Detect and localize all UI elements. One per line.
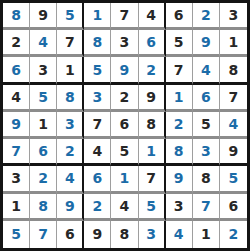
sudoku-cell-r4c2[interactable]: 5 — [30, 85, 57, 112]
cell-digit: 3 — [146, 227, 156, 241]
cell-digit: 4 — [11, 90, 21, 104]
cell-digit: 7 — [146, 171, 156, 185]
sudoku-cell-r3c9[interactable]: 8 — [220, 57, 247, 84]
sudoku-cell-r7c3[interactable]: 4 — [57, 166, 84, 193]
sudoku-cell-r4c1[interactable]: 4 — [3, 85, 30, 112]
cell-digit: 8 — [38, 199, 48, 213]
sudoku-cell-r5c8[interactable]: 5 — [193, 112, 220, 139]
sudoku-cell-r5c3[interactable]: 3 — [57, 112, 84, 139]
cell-digit: 5 — [120, 144, 130, 158]
cell-digit: 7 — [120, 8, 130, 22]
sudoku-cell-r3c6[interactable]: 2 — [139, 57, 166, 84]
sudoku-cell-r4c6[interactable]: 9 — [139, 85, 166, 112]
sudoku-cell-r4c5[interactable]: 2 — [111, 85, 138, 112]
cell-digit: 6 — [229, 199, 239, 213]
sudoku-cell-r9c4[interactable]: 9 — [84, 221, 111, 248]
sudoku-cell-r4c7[interactable]: 1 — [166, 85, 193, 112]
cell-digit: 3 — [65, 117, 75, 131]
sudoku-cell-r2c6[interactable]: 6 — [139, 30, 166, 57]
sudoku-cell-r8c5[interactable]: 4 — [111, 194, 138, 221]
cell-digit: 5 — [174, 35, 184, 49]
sudoku-cell-r4c4[interactable]: 3 — [84, 85, 111, 112]
cell-digit: 7 — [93, 117, 103, 131]
sudoku-cell-r8c7[interactable]: 3 — [166, 194, 193, 221]
sudoku-cell-r5c2[interactable]: 1 — [30, 112, 57, 139]
sudoku-cell-r8c9[interactable]: 6 — [220, 194, 247, 221]
cell-digit: 6 — [11, 63, 21, 77]
cell-digit: 3 — [11, 171, 21, 185]
sudoku-cell-r9c3[interactable]: 6 — [57, 221, 84, 248]
cell-digit: 4 — [38, 35, 48, 49]
sudoku-cell-r9c7[interactable]: 4 — [166, 221, 193, 248]
cell-digit: 5 — [146, 199, 156, 213]
cell-digit: 1 — [65, 63, 75, 77]
cell-digit: 2 — [65, 144, 75, 158]
cell-digit: 4 — [229, 117, 239, 131]
sudoku-cell-r9c2[interactable]: 7 — [30, 221, 57, 248]
sudoku-cell-r8c8[interactable]: 7 — [193, 194, 220, 221]
sudoku-cell-r6c1[interactable]: 7 — [3, 139, 30, 166]
sudoku-cell-r3c1[interactable]: 6 — [3, 57, 30, 84]
sudoku-cell-r5c5[interactable]: 6 — [111, 112, 138, 139]
cell-digit: 1 — [146, 144, 156, 158]
sudoku-cell-r2c7[interactable]: 5 — [166, 30, 193, 57]
sudoku-cell-r7c7[interactable]: 9 — [166, 166, 193, 193]
cell-digit: 4 — [120, 199, 130, 213]
sudoku-cell-r5c7[interactable]: 2 — [166, 112, 193, 139]
cell-digit: 6 — [174, 8, 184, 22]
sudoku-cell-r5c1[interactable]: 9 — [3, 112, 30, 139]
cell-digit: 2 — [201, 8, 211, 22]
cell-digit: 8 — [229, 63, 239, 77]
cell-digit: 6 — [93, 171, 103, 185]
cell-digit: 9 — [93, 227, 103, 241]
cell-digit: 1 — [93, 8, 103, 22]
cell-digit: 9 — [65, 199, 75, 213]
cell-digit: 7 — [201, 199, 211, 213]
cell-digit: 7 — [11, 144, 21, 158]
cell-digit: 4 — [174, 227, 184, 241]
sudoku-cell-r8c4[interactable]: 2 — [84, 194, 111, 221]
cell-digit: 1 — [11, 199, 21, 213]
cell-digit: 2 — [146, 63, 156, 77]
cell-digit: 6 — [65, 227, 75, 241]
sudoku-cell-r5c9[interactable]: 4 — [220, 112, 247, 139]
cell-digit: 5 — [229, 171, 239, 185]
cell-digit: 7 — [65, 35, 75, 49]
sudoku-cell-r1c3[interactable]: 5 — [57, 3, 84, 30]
sudoku-cell-r6c8[interactable]: 3 — [193, 139, 220, 166]
sudoku-cell-r7c1[interactable]: 3 — [3, 166, 30, 193]
cell-digit: 8 — [11, 8, 21, 22]
cell-digit: 3 — [229, 8, 239, 22]
sudoku-cell-r4c3[interactable]: 8 — [57, 85, 84, 112]
cell-digit: 9 — [201, 35, 211, 49]
cell-digit: 3 — [93, 90, 103, 104]
cell-digit: 8 — [146, 117, 156, 131]
sudoku-cell-r1c8[interactable]: 2 — [193, 3, 220, 30]
sudoku-cell-r3c2[interactable]: 3 — [30, 57, 57, 84]
sudoku-cell-r3c4[interactable]: 5 — [84, 57, 111, 84]
sudoku-cell-r7c2[interactable]: 2 — [30, 166, 57, 193]
cell-digit: 8 — [174, 144, 184, 158]
sudoku-cell-r8c1[interactable]: 1 — [3, 194, 30, 221]
cell-digit: 2 — [120, 90, 130, 104]
cell-digit: 4 — [93, 144, 103, 158]
sudoku-cell-r7c4[interactable]: 6 — [84, 166, 111, 193]
sudoku-cell-r7c8[interactable]: 8 — [193, 166, 220, 193]
cell-digit: 5 — [201, 117, 211, 131]
cell-digit: 8 — [201, 171, 211, 185]
sudoku-cell-r5c4[interactable]: 7 — [84, 112, 111, 139]
sudoku-cell-r3c8[interactable]: 4 — [193, 57, 220, 84]
cell-digit: 4 — [65, 171, 75, 185]
cell-digit: 9 — [11, 117, 21, 131]
sudoku-cell-r9c5[interactable]: 8 — [111, 221, 138, 248]
sudoku-cell-r2c2[interactable]: 4 — [30, 30, 57, 57]
sudoku-cell-r2c3[interactable]: 7 — [57, 30, 84, 57]
cell-digit: 9 — [146, 90, 156, 104]
sudoku-cell-r6c9[interactable]: 9 — [220, 139, 247, 166]
cell-digit: 8 — [120, 227, 130, 241]
cell-digit: 2 — [229, 227, 239, 241]
sudoku-cell-r9c9[interactable]: 2 — [220, 221, 247, 248]
sudoku-cell-r8c3[interactable]: 9 — [57, 194, 84, 221]
cell-digit: 5 — [11, 227, 21, 241]
cell-digit: 2 — [93, 199, 103, 213]
sudoku-cell-r3c5[interactable]: 9 — [111, 57, 138, 84]
cell-digit: 3 — [38, 63, 48, 77]
sudoku-cell-r7c5[interactable]: 1 — [111, 166, 138, 193]
sudoku-cell-r1c7[interactable]: 6 — [166, 3, 193, 30]
sudoku-cell-r2c8[interactable]: 9 — [193, 30, 220, 57]
cell-digit: 9 — [229, 144, 239, 158]
cell-digit: 3 — [120, 35, 130, 49]
sudoku-cell-r6c6[interactable]: 1 — [139, 139, 166, 166]
sudoku-cell-r4c8[interactable]: 6 — [193, 85, 220, 112]
sudoku-cell-r1c1[interactable]: 8 — [3, 3, 30, 30]
cell-digit: 1 — [174, 90, 184, 104]
sudoku-cell-r2c5[interactable]: 3 — [111, 30, 138, 57]
cell-digit: 1 — [229, 35, 239, 49]
cell-digit: 2 — [11, 35, 21, 49]
sudoku-cell-r2c4[interactable]: 8 — [84, 30, 111, 57]
cell-digit: 1 — [201, 227, 211, 241]
sudoku-cell-r4c9[interactable]: 7 — [220, 85, 247, 112]
cell-digit: 3 — [201, 144, 211, 158]
cell-digit: 8 — [65, 90, 75, 104]
cell-digit: 6 — [120, 117, 130, 131]
sudoku-cell-r1c9[interactable]: 3 — [220, 3, 247, 30]
sudoku-cell-r9c1[interactable]: 5 — [3, 221, 30, 248]
sudoku-cell-r5c6[interactable]: 8 — [139, 112, 166, 139]
sudoku-cell-r1c2[interactable]: 9 — [30, 3, 57, 30]
sudoku-cell-r6c2[interactable]: 6 — [30, 139, 57, 166]
sudoku-cell-r6c4[interactable]: 4 — [84, 139, 111, 166]
sudoku-cell-r9c8[interactable]: 1 — [193, 221, 220, 248]
cell-digit: 3 — [174, 199, 184, 213]
sudoku-cell-r3c7[interactable]: 7 — [166, 57, 193, 84]
sudoku-cell-r8c2[interactable]: 8 — [30, 194, 57, 221]
cell-digit: 7 — [174, 63, 184, 77]
sudoku-cell-r6c7[interactable]: 8 — [166, 139, 193, 166]
sudoku-cell-r8c6[interactable]: 5 — [139, 194, 166, 221]
cell-digit: 5 — [93, 63, 103, 77]
cell-digit: 6 — [146, 35, 156, 49]
sudoku-cell-r7c9[interactable]: 5 — [220, 166, 247, 193]
sudoku-cell-r9c6[interactable]: 3 — [139, 221, 166, 248]
sudoku-cell-r7c6[interactable]: 7 — [139, 166, 166, 193]
cell-digit: 5 — [38, 90, 48, 104]
cell-digit: 8 — [93, 35, 103, 49]
cell-digit: 5 — [65, 8, 75, 22]
cell-digit: 2 — [38, 171, 48, 185]
cell-digit: 6 — [201, 90, 211, 104]
cell-digit: 2 — [174, 117, 184, 131]
sudoku-cell-r6c5[interactable]: 5 — [111, 139, 138, 166]
cell-digit: 9 — [174, 171, 184, 185]
sudoku-board: 8951746232478365916315927484583291679137… — [0, 0, 250, 251]
sudoku-cell-r3c3[interactable]: 1 — [57, 57, 84, 84]
cell-digit: 6 — [38, 144, 48, 158]
cell-digit: 4 — [146, 8, 156, 22]
cell-digit: 7 — [229, 90, 239, 104]
sudoku-cell-r1c5[interactable]: 7 — [111, 3, 138, 30]
sudoku-cell-r2c1[interactable]: 2 — [3, 30, 30, 57]
sudoku-cell-r1c4[interactable]: 1 — [84, 3, 111, 30]
cell-digit: 4 — [201, 63, 211, 77]
sudoku-cell-r2c9[interactable]: 1 — [220, 30, 247, 57]
sudoku-cell-r1c6[interactable]: 4 — [139, 3, 166, 30]
cell-digit: 9 — [38, 8, 48, 22]
cell-digit: 1 — [120, 171, 130, 185]
cell-digit: 1 — [38, 117, 48, 131]
cell-digit: 9 — [120, 63, 130, 77]
cell-digit: 7 — [38, 227, 48, 241]
sudoku-cell-r6c3[interactable]: 2 — [57, 139, 84, 166]
